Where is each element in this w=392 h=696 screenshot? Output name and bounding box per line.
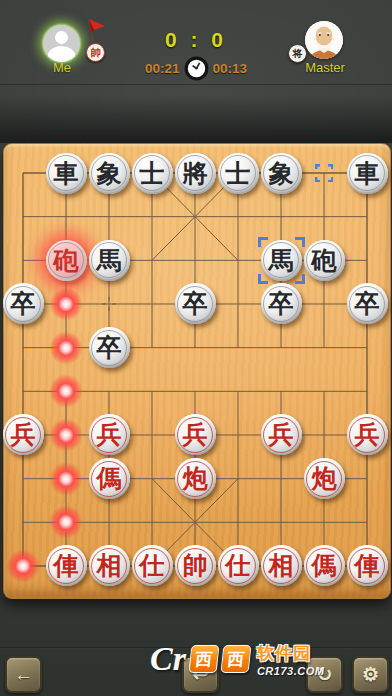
- piece-black-horse[interactable]: 馬: [89, 240, 130, 281]
- piece-red-chariot[interactable]: 俥: [46, 545, 87, 586]
- xiangqi-app: 帥 Me 0 : 0 00:21 00:13 将: [0, 0, 392, 696]
- red-flag-icon: [85, 17, 107, 43]
- piece-red-soldier[interactable]: 兵: [3, 414, 44, 455]
- cr173-watermark: Cr 西 西 软件园 CR173.COM: [150, 639, 392, 679]
- clock-icon: [184, 56, 209, 81]
- score: 0 : 0: [140, 28, 252, 52]
- piece-glyph: 士: [140, 161, 165, 186]
- piece-red-soldier[interactable]: 兵: [261, 414, 302, 455]
- piece-black-chariot[interactable]: 車: [347, 153, 388, 194]
- piece-black-soldier[interactable]: 卒: [89, 327, 130, 368]
- legal-move-dot[interactable]: [49, 331, 83, 365]
- player-name-master: Master: [297, 60, 353, 75]
- side-badge-red: 帥: [86, 43, 105, 62]
- piece-black-cannon[interactable]: 砲: [304, 240, 345, 281]
- legal-move-dot[interactable]: [49, 287, 83, 321]
- piece-glyph: 俥: [355, 553, 380, 578]
- piece-glyph: 炮: [183, 466, 208, 491]
- piece-red-soldier[interactable]: 兵: [347, 414, 388, 455]
- timers: 00:21 00:13: [136, 55, 256, 81]
- back-button[interactable]: ←: [5, 656, 42, 693]
- watermark-cr-logo: Cr: [150, 640, 186, 678]
- piece-red-elephant[interactable]: 相: [261, 545, 302, 586]
- piece-glyph: 馬: [97, 248, 122, 273]
- piece-red-elephant[interactable]: 相: [89, 545, 130, 586]
- piece-glyph: 相: [97, 553, 122, 578]
- avatar-me: [43, 25, 80, 62]
- piece-glyph: 砲: [54, 248, 79, 273]
- piece-glyph: 士: [226, 161, 251, 186]
- piece-glyph: 將: [183, 161, 208, 186]
- piece-glyph: 卒: [355, 291, 380, 316]
- piece-black-general[interactable]: 將: [175, 153, 216, 194]
- piece-glyph: 傌: [312, 553, 337, 578]
- piece-red-horse[interactable]: 傌: [89, 458, 130, 499]
- topbar-divider: [0, 84, 392, 86]
- piece-glyph: 車: [355, 161, 380, 186]
- piece-glyph: 卒: [183, 291, 208, 316]
- legal-move-dot[interactable]: [49, 462, 83, 496]
- last-move-to-bracket: [258, 237, 305, 284]
- piece-black-soldier[interactable]: 卒: [261, 283, 302, 324]
- legal-move-dot[interactable]: [6, 549, 40, 583]
- timer-left: 00:21: [145, 61, 180, 76]
- piece-red-advisor[interactable]: 仕: [218, 545, 259, 586]
- piece-glyph: 砲: [312, 248, 337, 273]
- piece-red-advisor[interactable]: 仕: [132, 545, 173, 586]
- piece-red-horse[interactable]: 傌: [304, 545, 345, 586]
- last-move-from-bracket: [315, 164, 333, 182]
- watermark-site-name: 软件园: [257, 642, 311, 665]
- piece-black-cannon[interactable]: 砲: [46, 240, 87, 281]
- legal-move-dot[interactable]: [49, 418, 83, 452]
- piece-glyph: 兵: [97, 422, 122, 447]
- watermark-xi-box-1: 西: [188, 645, 219, 673]
- piece-glyph: 仕: [226, 553, 251, 578]
- piece-red-soldier[interactable]: 兵: [89, 414, 130, 455]
- piece-glyph: 俥: [54, 553, 79, 578]
- piece-glyph: 卒: [97, 335, 122, 360]
- piece-black-soldier[interactable]: 卒: [175, 283, 216, 324]
- piece-glyph: 卒: [11, 291, 36, 316]
- piece-glyph: 仕: [140, 553, 165, 578]
- legal-move-dot[interactable]: [49, 505, 83, 539]
- piece-glyph: 兵: [269, 422, 294, 447]
- piece-black-soldier[interactable]: 卒: [3, 283, 44, 324]
- watermark-xi-box-2: 西: [220, 645, 251, 673]
- piece-glyph: 帥: [183, 553, 208, 578]
- piece-black-advisor[interactable]: 士: [218, 153, 259, 194]
- avatar-silhouette: [55, 31, 68, 44]
- player-name-me: Me: [40, 60, 84, 75]
- piece-glyph: 兵: [11, 422, 36, 447]
- piece-glyph: 兵: [183, 422, 208, 447]
- piece-red-chariot[interactable]: 俥: [347, 545, 388, 586]
- piece-glyph: 象: [269, 161, 294, 186]
- piece-black-advisor[interactable]: 士: [132, 153, 173, 194]
- piece-red-soldier[interactable]: 兵: [175, 414, 216, 455]
- pieces-layer: 車象士將士象車砲馬馬砲卒卒卒卒卒兵兵兵兵兵傌炮炮俥相仕帥仕相傌俥: [4, 144, 390, 598]
- legal-move-dot[interactable]: [49, 374, 83, 408]
- piece-glyph: 相: [269, 553, 294, 578]
- piece-red-cannon[interactable]: 炮: [175, 458, 216, 499]
- piece-glyph: 卒: [269, 291, 294, 316]
- piece-black-elephant[interactable]: 象: [89, 153, 130, 194]
- old-master-illustration: [305, 21, 343, 59]
- piece-glyph: 炮: [312, 466, 337, 491]
- piece-glyph: 兵: [355, 422, 380, 447]
- avatar-master: [305, 21, 343, 59]
- watermark-domain: CR173.COM: [257, 665, 324, 677]
- timer-right: 00:13: [213, 61, 248, 76]
- piece-red-general[interactable]: 帥: [175, 545, 216, 586]
- piece-glyph: 象: [97, 161, 122, 186]
- piece-black-chariot[interactable]: 車: [46, 153, 87, 194]
- piece-black-elephant[interactable]: 象: [261, 153, 302, 194]
- piece-glyph: 車: [54, 161, 79, 186]
- piece-glyph: 傌: [97, 466, 122, 491]
- xiangqi-board[interactable]: 車象士將士象車砲馬馬砲卒卒卒卒卒兵兵兵兵兵傌炮炮俥相仕帥仕相傌俥: [3, 143, 391, 599]
- piece-red-cannon[interactable]: 炮: [304, 458, 345, 499]
- piece-black-soldier[interactable]: 卒: [347, 283, 388, 324]
